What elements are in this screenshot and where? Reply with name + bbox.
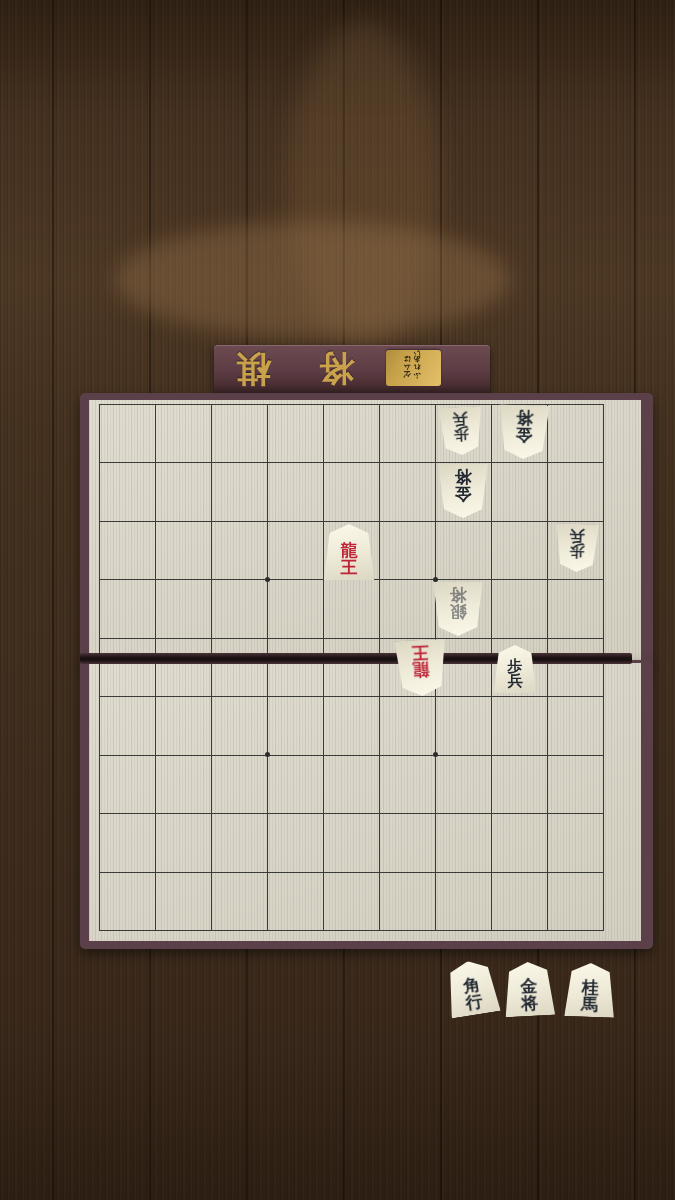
shogi-piece-pawn-sente[interactable]: 歩 兵 xyxy=(494,645,537,693)
board-cell-r7c9[interactable] xyxy=(547,755,603,813)
board-cell-r8c1[interactable] xyxy=(99,813,155,871)
board-cell-r1c9[interactable] xyxy=(547,404,603,462)
board-cell-r6c2[interactable] xyxy=(155,696,211,754)
board-cell-r9c9[interactable] xyxy=(547,872,603,930)
board-cell-r8c6[interactable] xyxy=(379,813,435,871)
board-cell-r7c1[interactable] xyxy=(99,755,155,813)
board-cell-r6c9[interactable] xyxy=(547,696,603,754)
board-cell-r8c2[interactable] xyxy=(155,813,211,871)
board-cell-r2c1[interactable] xyxy=(99,462,155,520)
board-cell-r6c4[interactable] xyxy=(267,696,323,754)
koma-kanji-label: 歩 兵 xyxy=(569,524,585,559)
board-cell-r9c8[interactable] xyxy=(491,872,547,930)
board-cell-r3c8[interactable] xyxy=(491,521,547,579)
board-cell-r3c7[interactable] xyxy=(435,521,491,579)
board-cell-r6c8[interactable] xyxy=(491,696,547,754)
box-spine-plaque: 将棋 ゲームは ふれあい xyxy=(214,345,490,394)
board-cell-r3c2[interactable] xyxy=(155,521,211,579)
plaque-title-kanji: 将棋 xyxy=(204,347,354,391)
board-cell-r2c2[interactable] xyxy=(155,462,211,520)
board-cell-r9c3[interactable] xyxy=(211,872,267,930)
board-cell-r1c6[interactable] xyxy=(379,404,435,462)
board-cell-r3c4[interactable] xyxy=(267,521,323,579)
board-cell-r5c4[interactable] xyxy=(267,638,323,696)
board-cell-r2c8[interactable] xyxy=(491,462,547,520)
plaque-gold-sticker: ゲームは ふれあい xyxy=(386,350,441,386)
board-cell-r6c7[interactable] xyxy=(435,696,491,754)
board-cell-r8c5[interactable] xyxy=(323,813,379,871)
board-cell-r6c3[interactable] xyxy=(211,696,267,754)
board-cell-r7c3[interactable] xyxy=(211,755,267,813)
board-cell-r4c4[interactable] xyxy=(267,579,323,637)
board-cell-r4c9[interactable] xyxy=(547,579,603,637)
koma-kanji-label: 金 将 xyxy=(455,464,472,502)
star-point xyxy=(265,752,270,757)
board-cell-r2c6[interactable] xyxy=(379,462,435,520)
board-cell-r2c5[interactable] xyxy=(323,462,379,520)
star-point xyxy=(433,577,438,582)
koma-kanji-label: 龍 王 xyxy=(411,640,430,679)
board-cell-r5c5[interactable] xyxy=(323,638,379,696)
board-cell-r8c7[interactable] xyxy=(435,813,491,871)
board-cell-r4c6[interactable] xyxy=(379,579,435,637)
board-cell-r2c9[interactable] xyxy=(547,462,603,520)
board-cell-r8c8[interactable] xyxy=(491,813,547,871)
board-cell-r7c5[interactable] xyxy=(323,755,379,813)
board-cell-r9c4[interactable] xyxy=(267,872,323,930)
shogi-piece-silver-gote[interactable]: 銀 将 xyxy=(433,582,483,636)
board-cell-r9c1[interactable] xyxy=(99,872,155,930)
koma-kanji-label: 歩 兵 xyxy=(508,659,523,693)
board-cell-r1c1[interactable] xyxy=(99,404,155,462)
board-cell-r1c4[interactable] xyxy=(267,404,323,462)
board-cell-r2c4[interactable] xyxy=(267,462,323,520)
board-cell-r3c6[interactable] xyxy=(379,521,435,579)
board-cell-r3c1[interactable] xyxy=(99,521,155,579)
koma-kanji-label: 銀 将 xyxy=(450,582,467,620)
board-cell-r4c5[interactable] xyxy=(323,579,379,637)
board-cell-r4c2[interactable] xyxy=(155,579,211,637)
board-cell-r8c4[interactable] xyxy=(267,813,323,871)
board-cell-r4c1[interactable] xyxy=(99,579,155,637)
board-cell-r7c8[interactable] xyxy=(491,755,547,813)
board-cell-r5c3[interactable] xyxy=(211,638,267,696)
board-cell-r3c3[interactable] xyxy=(211,521,267,579)
board-cell-r6c5[interactable] xyxy=(323,696,379,754)
board-cell-r5c1[interactable] xyxy=(99,638,155,696)
star-point xyxy=(433,752,438,757)
board-cell-r7c7[interactable] xyxy=(435,755,491,813)
board-cell-r9c5[interactable] xyxy=(323,872,379,930)
board-cell-r6c6[interactable] xyxy=(379,696,435,754)
koma-kanji-label: 龍 王 xyxy=(341,542,358,580)
board-cell-r5c9[interactable] xyxy=(547,638,603,696)
board-cell-r1c2[interactable] xyxy=(155,404,211,462)
koma-kanji-label: 桂 馬 xyxy=(581,978,599,1017)
board-cell-r9c6[interactable] xyxy=(379,872,435,930)
star-point xyxy=(265,577,270,582)
board-cell-r8c3[interactable] xyxy=(211,813,267,871)
board-cell-r7c4[interactable] xyxy=(267,755,323,813)
board-cell-r5c2[interactable] xyxy=(155,638,211,696)
board-fold-seam xyxy=(80,653,632,664)
board-cell-r6c1[interactable] xyxy=(99,696,155,754)
board-cell-r7c6[interactable] xyxy=(379,755,435,813)
shogi-piece-dragon-sente[interactable]: 龍 王 xyxy=(324,524,375,580)
board-cell-r9c7[interactable] xyxy=(435,872,491,930)
board-cell-r9c2[interactable] xyxy=(155,872,211,930)
board-cell-r7c2[interactable] xyxy=(155,755,211,813)
board-cell-r1c3[interactable] xyxy=(211,404,267,462)
board-cell-r1c5[interactable] xyxy=(323,404,379,462)
plaque-sticker-text: ゲームは ふれあい xyxy=(404,352,424,384)
koma-kanji-label: 歩 兵 xyxy=(452,407,469,442)
koma-kanji-label: 金 将 xyxy=(520,977,539,1016)
board-cell-r4c8[interactable] xyxy=(491,579,547,637)
koma-kanji-label: 金 将 xyxy=(515,405,533,444)
board-cell-r2c3[interactable] xyxy=(211,462,267,520)
shogi-piece-gold-gote[interactable]: 金 将 xyxy=(438,464,488,518)
koma-kanji-label: 角 行 xyxy=(462,975,485,1016)
board-cell-r8c9[interactable] xyxy=(547,813,603,871)
board-cell-r4c3[interactable] xyxy=(211,579,267,637)
wood-worn-patch xyxy=(115,222,510,337)
